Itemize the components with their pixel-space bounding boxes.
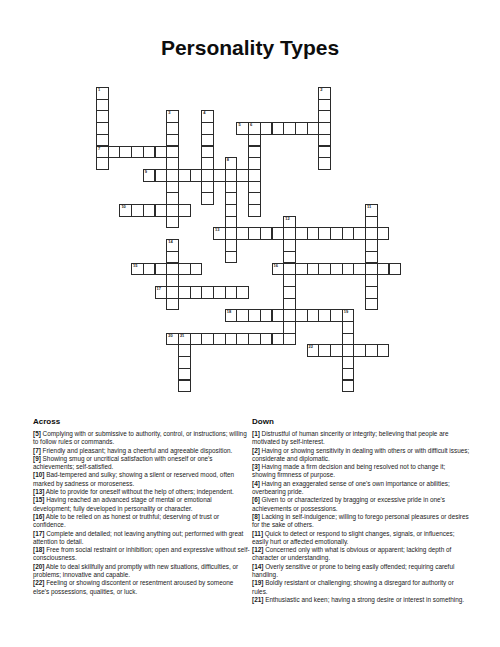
clue-item-number: [12] [252,546,263,553]
clue-item: [18] Free from social restraint or inhib… [33,546,251,563]
clue-item: [3] Having made a firm decision and bein… [252,463,470,480]
clue-item-number: [3] [252,463,260,470]
clue-item: [12] Concerned only with what is obvious… [252,546,470,563]
crossword-cell[interactable] [377,344,390,357]
clue-number: 9 [145,170,147,174]
crossword-cell[interactable] [178,380,191,393]
clue-number: 14 [168,240,172,244]
clue-item: [15] Having reached an advanced stage of… [33,496,251,513]
clue-item: [4] Having an exaggerated sense of one's… [252,480,470,497]
clue-number: 11 [367,205,371,209]
clue-item: [1] Distrustful of human sincerity or in… [252,430,470,447]
crossword-cell[interactable] [283,333,296,346]
clue-number: 13 [215,228,219,232]
clue-item-number: [15] [33,496,44,503]
across-clues-section: Across [5] Complying with or submissive … [33,417,251,596]
clue-item: [16] Able to be relied on as honest or t… [33,513,251,530]
clue-item-number: [5] [33,430,41,437]
clue-item-number: [14] [252,563,263,570]
clue-number: 21 [180,334,184,338]
clue-item-number: [18] [33,546,44,553]
clue-item-number: [2] [252,447,260,454]
clue-item-number: [20] [33,563,44,570]
crossword-cell[interactable] [248,204,261,217]
clue-number: 19 [344,310,348,314]
clue-item-number: [16] [33,513,44,520]
across-clue-list: [5] Complying with or submissive to auth… [33,430,251,596]
clue-item: [11] Quick to detect or respond to sligh… [252,530,470,547]
clue-number: 16 [274,264,278,268]
clue-number: 12 [285,217,289,221]
clue-item: [5] Complying with or submissive to auth… [33,430,251,447]
clue-number: 22 [309,345,313,349]
clue-number: 15 [133,264,137,268]
clue-number: 7 [98,147,100,151]
clue-item-number: [13] [33,488,44,495]
clue-number: 3 [168,111,170,115]
crossword-cell[interactable] [190,263,203,276]
crossword-cell[interactable] [201,192,214,205]
clue-item-number: [8] [252,513,260,520]
clue-item-number: [10] [33,471,44,478]
clue-number: 1 [98,88,100,92]
clue-item: [2] Having or showing sensitivity in dea… [252,447,470,464]
clue-item-number: [6] [252,496,260,503]
clue-number: 10 [121,205,125,209]
crossword-cell[interactable] [389,263,402,276]
clue-item: [22] Feeling or showing discontent or re… [33,579,251,596]
clue-number: 2 [320,88,322,92]
clue-number: 18 [227,310,231,314]
clue-number: 5 [238,123,240,127]
page-title: Personality Types [0,36,500,60]
clue-item-number: [17] [33,530,44,537]
clue-item-number: [22] [33,579,44,586]
clue-item: [8] Lacking in self-indulgence; willing … [252,513,470,530]
clue-item: [9] Showing smug or uncritical satisfact… [33,455,251,472]
crossword-cell[interactable] [96,157,109,170]
clue-number: 8 [227,158,229,162]
crossword-cell[interactable] [342,380,355,393]
clue-item: [14] Overly sensitive or prone to being … [252,563,470,580]
crossword-cell[interactable] [377,227,390,240]
down-clues-section: Down [1] Distrustful of human sincerity … [252,417,470,604]
clue-item-number: [1] [252,430,260,437]
clue-item: [19] Boldly resistant or challenging; sh… [252,579,470,596]
clue-item-number: [9] [33,455,41,462]
clue-item: [20] Able to deal skillfully and promptl… [33,563,251,580]
clue-item: [7] Friendly and pleasant; having a chee… [33,447,251,455]
crossword-cell[interactable] [236,286,249,299]
clue-item-number: [4] [252,480,260,487]
clue-number: 6 [250,123,252,127]
clue-item: [13] Able to provide for oneself without… [33,488,251,496]
clue-number: 4 [203,111,205,115]
crossword-worksheet: Personality Types 1234567891011121314151… [0,0,500,647]
crossword-cell[interactable] [365,298,378,311]
crossword-cell[interactable] [166,216,179,229]
clue-number: 17 [157,287,161,291]
clue-item: [21] Enthusiastic and keen; having a str… [252,596,470,604]
crossword-cell[interactable] [225,251,238,264]
clue-item-number: [7] [33,447,41,454]
clue-item-number: [19] [252,579,263,586]
down-header: Down [252,417,470,426]
clue-number: 20 [168,334,172,338]
clue-item-number: [21] [252,596,263,603]
crossword-cell[interactable] [166,298,179,311]
clue-item: [10] Bad-tempered and sulky; showing a s… [33,471,251,488]
crossword-cell[interactable] [178,204,191,217]
clue-item: [6] Given to or characterized by braggin… [252,496,470,513]
crossword-grid: 12345678910111213141516171819202122 [96,87,402,393]
clue-item-number: [11] [252,530,263,537]
crossword-cell[interactable] [318,157,331,170]
across-header: Across [33,417,251,426]
down-clue-list: [1] Distrustful of human sincerity or in… [252,430,470,604]
clue-item: [17] Complete and detailed; not leaving … [33,530,251,547]
